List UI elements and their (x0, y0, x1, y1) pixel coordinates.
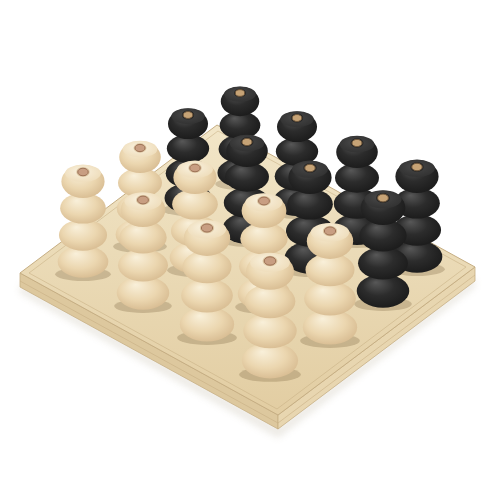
peg-tip (235, 90, 244, 97)
natural-bead (304, 282, 356, 316)
peg-tip (78, 168, 88, 176)
peg-tip (183, 112, 193, 119)
game-board-svg (0, 0, 500, 500)
peg-tip (190, 164, 200, 172)
peg-tip (292, 115, 302, 122)
natural-bead (59, 219, 107, 251)
peg-tip (259, 197, 270, 205)
natural-bead (243, 313, 296, 348)
peg-tip (378, 194, 389, 202)
peg-tip (412, 163, 422, 171)
peg-tip (138, 196, 149, 204)
peg-tip (242, 138, 252, 145)
natural-bead (181, 279, 233, 313)
product-photo-3d-four-in-a-row (0, 0, 500, 500)
black-bead (358, 247, 408, 280)
peg-tip (352, 139, 362, 146)
peg-tip (264, 257, 276, 265)
peg-tip (324, 227, 335, 235)
peg-tip (305, 164, 315, 172)
peg-tip (201, 224, 212, 232)
peg-tip (135, 144, 145, 151)
natural-bead (118, 249, 168, 282)
